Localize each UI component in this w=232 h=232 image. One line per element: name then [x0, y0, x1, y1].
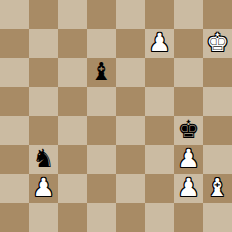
square-a7[interactable] [0, 29, 29, 58]
piece-black-bishop: ♝ [90, 57, 112, 86]
square-b1[interactable] [29, 203, 58, 232]
square-a1[interactable] [0, 203, 29, 232]
square-g3[interactable]: ♟ [174, 145, 203, 174]
square-d8[interactable] [87, 0, 116, 29]
piece-white-pawn: ♟ [177, 144, 199, 173]
square-g6[interactable] [174, 58, 203, 87]
square-h1[interactable] [203, 203, 232, 232]
piece-white-pawn: ♟ [32, 173, 54, 202]
square-h8[interactable] [203, 0, 232, 29]
square-a2[interactable] [0, 174, 29, 203]
square-g8[interactable] [174, 0, 203, 29]
square-d6[interactable]: ♝ [87, 58, 116, 87]
square-d2[interactable] [87, 174, 116, 203]
piece-white-pawn: ♟ [177, 173, 199, 202]
piece-white-pawn: ♟ [148, 28, 170, 57]
square-h7[interactable]: ♚ [203, 29, 232, 58]
square-c1[interactable] [58, 203, 87, 232]
square-c7[interactable] [58, 29, 87, 58]
square-h5[interactable] [203, 87, 232, 116]
square-d1[interactable] [87, 203, 116, 232]
square-g2[interactable]: ♟ [174, 174, 203, 203]
square-h3[interactable] [203, 145, 232, 174]
square-e3[interactable] [116, 145, 145, 174]
piece-white-king: ♚ [206, 28, 228, 57]
square-d7[interactable] [87, 29, 116, 58]
square-a3[interactable] [0, 145, 29, 174]
square-b7[interactable] [29, 29, 58, 58]
square-e2[interactable] [116, 174, 145, 203]
chess-board: ♟♚♝♚♞♟♟♟♝ [0, 0, 232, 232]
square-c8[interactable] [58, 0, 87, 29]
square-g7[interactable] [174, 29, 203, 58]
square-e7[interactable] [116, 29, 145, 58]
square-f6[interactable] [145, 58, 174, 87]
square-h2[interactable]: ♝ [203, 174, 232, 203]
square-b5[interactable] [29, 87, 58, 116]
square-d5[interactable] [87, 87, 116, 116]
square-a8[interactable] [0, 0, 29, 29]
square-e4[interactable] [116, 116, 145, 145]
square-b3[interactable]: ♞ [29, 145, 58, 174]
square-f4[interactable] [145, 116, 174, 145]
square-c5[interactable] [58, 87, 87, 116]
piece-white-bishop: ♝ [206, 173, 228, 202]
square-b6[interactable] [29, 58, 58, 87]
square-a4[interactable] [0, 116, 29, 145]
square-b4[interactable] [29, 116, 58, 145]
square-e6[interactable] [116, 58, 145, 87]
square-f1[interactable] [145, 203, 174, 232]
square-b2[interactable]: ♟ [29, 174, 58, 203]
square-c3[interactable] [58, 145, 87, 174]
square-f3[interactable] [145, 145, 174, 174]
square-d3[interactable] [87, 145, 116, 174]
square-d4[interactable] [87, 116, 116, 145]
square-b8[interactable] [29, 0, 58, 29]
square-c2[interactable] [58, 174, 87, 203]
square-g5[interactable] [174, 87, 203, 116]
square-e5[interactable] [116, 87, 145, 116]
square-h4[interactable] [203, 116, 232, 145]
piece-black-knight: ♞ [32, 144, 54, 173]
square-h6[interactable] [203, 58, 232, 87]
square-e8[interactable] [116, 0, 145, 29]
square-c4[interactable] [58, 116, 87, 145]
square-e1[interactable] [116, 203, 145, 232]
square-f8[interactable] [145, 0, 174, 29]
square-g1[interactable] [174, 203, 203, 232]
square-a6[interactable] [0, 58, 29, 87]
square-c6[interactable] [58, 58, 87, 87]
square-f7[interactable]: ♟ [145, 29, 174, 58]
square-f2[interactable] [145, 174, 174, 203]
square-g4[interactable]: ♚ [174, 116, 203, 145]
square-a5[interactable] [0, 87, 29, 116]
piece-black-king: ♚ [177, 115, 199, 144]
square-f5[interactable] [145, 87, 174, 116]
